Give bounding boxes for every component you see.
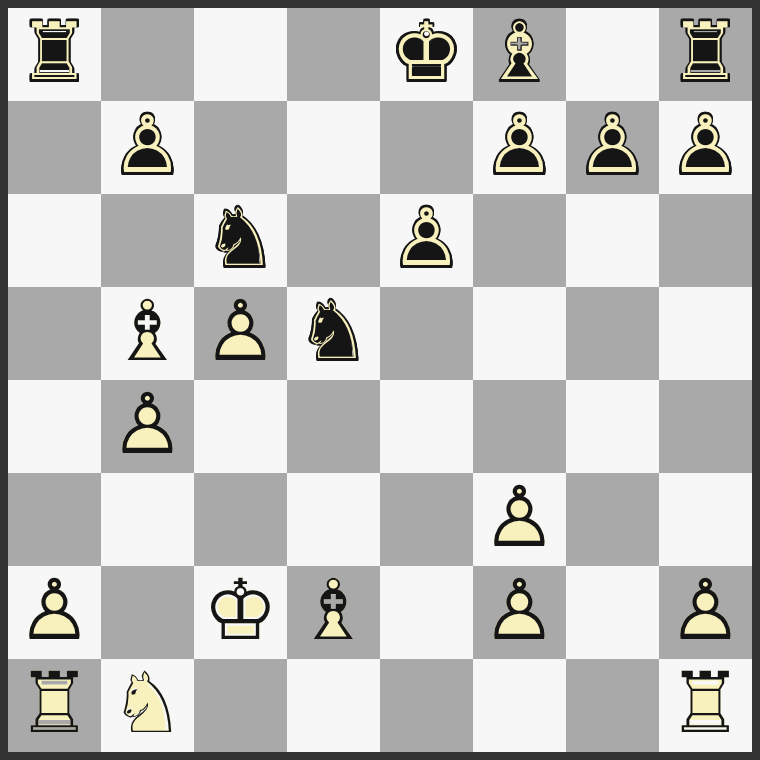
black-king-outline-glyph: ♔: [383, 11, 470, 98]
square-b7[interactable]: ♟♙: [101, 101, 194, 194]
square-a4[interactable]: [8, 380, 101, 473]
square-c3[interactable]: [194, 473, 287, 566]
square-f7[interactable]: ♟♙: [473, 101, 566, 194]
square-g7[interactable]: ♟♙: [566, 101, 659, 194]
white-pawn-outline-glyph: ♙: [194, 287, 287, 380]
black-pawn-fill-glyph: ♟: [659, 101, 752, 194]
black-rook-outline-glyph: ♖: [11, 11, 98, 98]
square-d5[interactable]: ♞♘: [287, 287, 380, 380]
square-d6[interactable]: [287, 194, 380, 287]
square-g2[interactable]: [566, 566, 659, 659]
square-d4[interactable]: [287, 380, 380, 473]
square-b5[interactable]: ♝♗: [101, 287, 194, 380]
square-b4[interactable]: ♟♙: [101, 380, 194, 473]
black-pawn-outline-glyph: ♙: [569, 104, 656, 191]
black-pawn-fill-glyph: ♟: [380, 194, 473, 287]
white-pawn-outline-glyph: ♙: [101, 380, 194, 473]
white-bishop-piece[interactable]: ♝♗: [287, 566, 380, 659]
square-a3[interactable]: [8, 473, 101, 566]
square-f5[interactable]: [473, 287, 566, 380]
square-h3[interactable]: [659, 473, 752, 566]
square-e3[interactable]: [380, 473, 473, 566]
square-b8[interactable]: [101, 8, 194, 101]
square-b2[interactable]: [101, 566, 194, 659]
black-king-piece[interactable]: ♚♔: [380, 8, 473, 101]
square-a2[interactable]: ♟♙: [8, 566, 101, 659]
square-h6[interactable]: [659, 194, 752, 287]
square-a6[interactable]: [8, 194, 101, 287]
square-b3[interactable]: [101, 473, 194, 566]
black-pawn-piece[interactable]: ♟♙: [101, 101, 194, 194]
square-g5[interactable]: [566, 287, 659, 380]
white-pawn-piece[interactable]: ♟♙: [659, 566, 752, 659]
black-knight-fill-glyph: ♞: [194, 194, 287, 287]
black-knight-outline-glyph: ♘: [290, 290, 377, 377]
white-bishop-fill-glyph: ♝: [287, 566, 380, 659]
white-king-piece[interactable]: ♚♔: [194, 566, 287, 659]
square-g3[interactable]: [566, 473, 659, 566]
white-bishop-piece[interactable]: ♝♗: [101, 287, 194, 380]
square-f6[interactable]: [473, 194, 566, 287]
white-pawn-fill-glyph: ♟: [194, 287, 287, 380]
square-g8[interactable]: [566, 8, 659, 101]
black-bishop-outline-glyph: ♗: [476, 11, 563, 98]
black-pawn-fill-glyph: ♟: [101, 101, 194, 194]
black-pawn-piece[interactable]: ♟♙: [380, 194, 473, 287]
black-pawn-piece[interactable]: ♟♙: [659, 101, 752, 194]
black-knight-piece[interactable]: ♞♘: [287, 287, 380, 380]
white-pawn-fill-glyph: ♟: [473, 566, 566, 659]
square-e7[interactable]: [380, 101, 473, 194]
square-h1[interactable]: ♜♖: [659, 659, 752, 752]
square-e8[interactable]: ♚♔: [380, 8, 473, 101]
white-rook-outline-glyph: ♖: [8, 659, 101, 752]
square-d7[interactable]: [287, 101, 380, 194]
square-c8[interactable]: [194, 8, 287, 101]
square-c7[interactable]: [194, 101, 287, 194]
black-pawn-outline-glyph: ♙: [476, 104, 563, 191]
chess-diagram: ♜♖♚♔♝♗♜♖♟♙♟♙♟♙♟♙♞♘♟♙♝♗♟♙♞♘♟♙♟♙♟♙♚♔♝♗♟♙♟♙…: [0, 0, 760, 760]
square-d2[interactable]: ♝♗: [287, 566, 380, 659]
black-bishop-fill-glyph: ♝: [473, 8, 566, 101]
white-knight-fill-glyph: ♞: [101, 659, 194, 752]
square-g6[interactable]: [566, 194, 659, 287]
square-f8[interactable]: ♝♗: [473, 8, 566, 101]
square-e4[interactable]: [380, 380, 473, 473]
square-e2[interactable]: [380, 566, 473, 659]
white-pawn-fill-glyph: ♟: [101, 380, 194, 473]
white-pawn-piece[interactable]: ♟♙: [194, 287, 287, 380]
white-pawn-outline-glyph: ♙: [659, 566, 752, 659]
white-pawn-outline-glyph: ♙: [8, 566, 101, 659]
white-rook-piece[interactable]: ♜♖: [659, 659, 752, 752]
black-knight-outline-glyph: ♘: [197, 197, 284, 284]
square-h4[interactable]: [659, 380, 752, 473]
white-knight-piece[interactable]: ♞♘: [101, 659, 194, 752]
square-f2[interactable]: ♟♙: [473, 566, 566, 659]
square-c6[interactable]: ♞♘: [194, 194, 287, 287]
square-f3[interactable]: ♟♙: [473, 473, 566, 566]
black-pawn-piece[interactable]: ♟♙: [566, 101, 659, 194]
black-pawn-outline-glyph: ♙: [662, 104, 749, 191]
black-pawn-piece[interactable]: ♟♙: [473, 101, 566, 194]
square-h2[interactable]: ♟♙: [659, 566, 752, 659]
black-rook-piece[interactable]: ♜♖: [8, 8, 101, 101]
white-bishop-fill-glyph: ♝: [101, 287, 194, 380]
square-a5[interactable]: [8, 287, 101, 380]
white-bishop-outline-glyph: ♗: [101, 287, 194, 380]
white-pawn-piece[interactable]: ♟♙: [473, 566, 566, 659]
white-pawn-fill-glyph: ♟: [8, 566, 101, 659]
white-pawn-outline-glyph: ♙: [473, 473, 566, 566]
white-rook-fill-glyph: ♜: [659, 659, 752, 752]
black-rook-outline-glyph: ♖: [662, 11, 749, 98]
white-rook-piece[interactable]: ♜♖: [8, 659, 101, 752]
square-c2[interactable]: ♚♔: [194, 566, 287, 659]
square-g1[interactable]: [566, 659, 659, 752]
black-pawn-outline-glyph: ♙: [104, 104, 191, 191]
black-knight-piece[interactable]: ♞♘: [194, 194, 287, 287]
square-g4[interactable]: [566, 380, 659, 473]
square-e5[interactable]: [380, 287, 473, 380]
square-f1[interactable]: [473, 659, 566, 752]
black-rook-fill-glyph: ♜: [659, 8, 752, 101]
square-d1[interactable]: [287, 659, 380, 752]
square-h8[interactable]: ♜♖: [659, 8, 752, 101]
chess-board: ♜♖♚♔♝♗♜♖♟♙♟♙♟♙♟♙♞♘♟♙♝♗♟♙♞♘♟♙♟♙♟♙♚♔♝♗♟♙♟♙…: [0, 0, 760, 760]
square-b1[interactable]: ♞♘: [101, 659, 194, 752]
square-e6[interactable]: ♟♙: [380, 194, 473, 287]
white-rook-outline-glyph: ♖: [659, 659, 752, 752]
white-knight-outline-glyph: ♘: [101, 659, 194, 752]
black-pawn-outline-glyph: ♙: [383, 197, 470, 284]
square-h5[interactable]: [659, 287, 752, 380]
white-pawn-piece[interactable]: ♟♙: [8, 566, 101, 659]
square-a8[interactable]: ♜♖: [8, 8, 101, 101]
black-rook-piece[interactable]: ♜♖: [659, 8, 752, 101]
white-pawn-fill-glyph: ♟: [473, 473, 566, 566]
square-c5[interactable]: ♟♙: [194, 287, 287, 380]
square-c4[interactable]: [194, 380, 287, 473]
square-d8[interactable]: [287, 8, 380, 101]
square-c1[interactable]: [194, 659, 287, 752]
black-knight-fill-glyph: ♞: [287, 287, 380, 380]
square-h7[interactable]: ♟♙: [659, 101, 752, 194]
black-rook-fill-glyph: ♜: [8, 8, 101, 101]
white-pawn-fill-glyph: ♟: [659, 566, 752, 659]
white-bishop-outline-glyph: ♗: [287, 566, 380, 659]
square-f4[interactable]: [473, 380, 566, 473]
square-a1[interactable]: ♜♖: [8, 659, 101, 752]
square-a7[interactable]: [8, 101, 101, 194]
white-king-fill-glyph: ♚: [194, 566, 287, 659]
white-rook-fill-glyph: ♜: [8, 659, 101, 752]
square-b6[interactable]: [101, 194, 194, 287]
white-pawn-outline-glyph: ♙: [473, 566, 566, 659]
square-d3[interactable]: [287, 473, 380, 566]
white-pawn-piece[interactable]: ♟♙: [101, 380, 194, 473]
white-king-outline-glyph: ♔: [194, 566, 287, 659]
black-bishop-piece[interactable]: ♝♗: [473, 8, 566, 101]
black-pawn-fill-glyph: ♟: [566, 101, 659, 194]
white-pawn-piece[interactable]: ♟♙: [473, 473, 566, 566]
black-king-fill-glyph: ♚: [380, 8, 473, 101]
black-pawn-fill-glyph: ♟: [473, 101, 566, 194]
square-e1[interactable]: [380, 659, 473, 752]
